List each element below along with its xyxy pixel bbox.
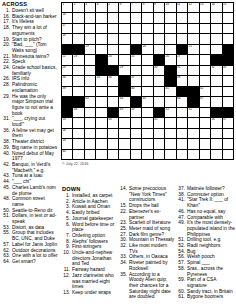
grid-cell[interactable]: [73, 34, 83, 43]
grid-cell[interactable]: [223, 24, 233, 33]
grid-cell[interactable]: [85, 66, 95, 75]
grid-cell[interactable]: [142, 139, 152, 148]
clue-text: Drilling tool, e.g.: [187, 237, 221, 242]
clue-item: 55.Group that includes BC, UNC, and Duke: [2, 230, 58, 241]
grid-cell[interactable]: [96, 118, 106, 127]
grid-cell[interactable]: [200, 129, 210, 138]
grid-cell[interactable]: [119, 139, 129, 148]
grid-cell[interactable]: 17: [62, 24, 72, 33]
cell-number: 54: [108, 118, 111, 121]
grid-cell[interactable]: 14: [211, 3, 221, 12]
grid-cell[interactable]: 57: [223, 118, 233, 127]
grid-cell[interactable]: 18: [62, 34, 72, 43]
black-square: [131, 45, 141, 54]
grid-cell[interactable]: 21: [188, 45, 198, 54]
grid-cell[interactable]: [154, 34, 164, 43]
clue-number: 29.: [2, 94, 10, 100]
grid-cell[interactable]: 1: [62, 3, 72, 12]
grid-cell[interactable]: [96, 97, 106, 106]
down-clue-list-2: 14.Some precocious "New York Times" cons…: [119, 186, 175, 300]
grid-cell[interactable]: [188, 66, 198, 75]
grid-cell[interactable]: [96, 13, 106, 22]
grid-cell[interactable]: [177, 24, 187, 33]
grid-cell[interactable]: [200, 76, 210, 85]
grid-cell[interactable]: [142, 76, 152, 85]
grid-cell[interactable]: [211, 97, 221, 106]
grid-cell[interactable]: [108, 129, 118, 138]
grid-cell[interactable]: [200, 118, 210, 127]
cell-number: 59: [62, 139, 65, 142]
grid-cell[interactable]: [142, 118, 152, 127]
grid-cell[interactable]: 39: [62, 87, 72, 96]
cell-number: 25: [131, 55, 134, 58]
grid-cell[interactable]: [108, 13, 118, 22]
clue-text: Label for Janis Joplin: [12, 242, 57, 247]
grid-cell[interactable]: 46: [177, 97, 187, 106]
grid-cell[interactable]: 11: [177, 3, 187, 12]
black-square: [211, 108, 221, 117]
grid-cell[interactable]: [85, 139, 95, 148]
cell-number: 5: [108, 3, 110, 6]
clue-text: Common street name: [12, 196, 45, 207]
grid-cell[interactable]: [200, 66, 210, 75]
grid-cell[interactable]: [188, 13, 198, 22]
clue-item: 12.Jazz clarinetist who was married eigh…: [62, 273, 117, 290]
grid-cell[interactable]: 10: [165, 3, 175, 12]
grid-cell[interactable]: [142, 129, 152, 138]
grid-cell[interactable]: 60: [62, 150, 72, 159]
grid-cell[interactable]: [131, 13, 141, 22]
grid-cell[interactable]: [177, 129, 187, 138]
clue-text: Black-and-tan barker: [12, 14, 57, 19]
black-square: [211, 55, 221, 64]
cell-number: 35: [97, 76, 100, 79]
grid-cell[interactable]: 28: [62, 66, 72, 75]
clue-text: "Star Trek II: ___ of Khan": [187, 197, 228, 208]
grid-cell[interactable]: [85, 108, 95, 117]
grid-cell[interactable]: [96, 129, 106, 138]
cell-number: 36: [108, 76, 111, 79]
grid-cell[interactable]: [96, 150, 106, 159]
grid-cell[interactable]: 33: [223, 66, 233, 75]
cell-number: 30: [154, 66, 157, 69]
cell-number: 8: [143, 3, 145, 6]
grid-cell[interactable]: 58: [62, 129, 72, 138]
grid-cell[interactable]: [96, 87, 106, 96]
grid-cell[interactable]: [131, 139, 141, 148]
grid-cell[interactable]: [73, 24, 83, 33]
grid-cell[interactable]: 16: [62, 13, 72, 22]
grid-cell[interactable]: [131, 150, 141, 159]
grid-cell[interactable]: 13: [200, 3, 210, 12]
grid-cell[interactable]: [119, 55, 129, 64]
grid-cell[interactable]: [108, 97, 118, 106]
grid-cell[interactable]: [188, 24, 198, 33]
grid-cell[interactable]: [108, 34, 118, 43]
clue-text: It's the most densely-populated island i…: [187, 220, 235, 236]
clue-text: Meter maid of song: [129, 226, 170, 231]
grid-cell[interactable]: [223, 97, 233, 106]
grid-cell[interactable]: [85, 55, 95, 64]
cell-number: 29: [120, 66, 123, 69]
clue-number: 6.: [62, 222, 70, 228]
grid-cell[interactable]: 19: [85, 45, 95, 54]
grid-cell[interactable]: [211, 45, 221, 54]
grid-cell[interactable]: [154, 45, 164, 54]
grid-cell[interactable]: 41: [165, 87, 175, 96]
grid-cell[interactable]: 23: [73, 55, 83, 64]
grid-cell[interactable]: [154, 24, 164, 33]
cell-number: 56: [211, 118, 214, 121]
grid-cell[interactable]: [154, 150, 164, 159]
grid-cell[interactable]: [73, 13, 83, 22]
grid-cell[interactable]: [119, 45, 129, 54]
grid-cell[interactable]: [73, 76, 83, 85]
grid-cell[interactable]: 51: [165, 108, 175, 117]
grid-cell[interactable]: 48: [73, 108, 83, 117]
grid-cell[interactable]: [211, 87, 221, 96]
grid-cell[interactable]: 42: [200, 87, 210, 96]
grid-cell[interactable]: 12: [188, 3, 198, 12]
cell-number: 57: [223, 118, 226, 121]
grid-cell[interactable]: [211, 150, 221, 159]
grid-cell[interactable]: [200, 55, 210, 64]
grid-cell[interactable]: [165, 139, 175, 148]
clue-text: Drops the ball: [129, 203, 159, 208]
grid-cell[interactable]: 36: [108, 76, 118, 85]
grid-cell[interactable]: [119, 118, 129, 127]
cell-number: 55: [154, 118, 157, 121]
grid-cell[interactable]: [119, 150, 129, 159]
grid-cell[interactable]: [154, 139, 164, 148]
grid-cell[interactable]: [211, 139, 221, 148]
grid-cell[interactable]: 47: [200, 97, 210, 106]
grid-cell[interactable]: [85, 118, 95, 127]
cell-number: 17: [62, 24, 65, 27]
cell-number: 44: [120, 97, 123, 100]
grid-cell[interactable]: 29: [119, 66, 129, 75]
grid-cell[interactable]: [188, 34, 198, 43]
grid-cell[interactable]: 59: [62, 139, 72, 148]
grid-cell[interactable]: [200, 34, 210, 43]
grid-cell[interactable]: [223, 87, 233, 96]
clue-number: 48.: [2, 196, 10, 202]
cell-number: 23: [74, 55, 77, 58]
grid-cell[interactable]: 27: [177, 55, 187, 64]
grid-cell[interactable]: [96, 34, 106, 43]
cell-number: 9: [154, 3, 156, 6]
black-square: [119, 76, 129, 85]
grid-cell[interactable]: 30: [154, 66, 164, 75]
copyright-line: © July 22, 2016: [62, 162, 88, 166]
grid-cell[interactable]: [177, 139, 187, 148]
grid-cell[interactable]: 20: [142, 45, 152, 54]
clue-text: Bygone boomers: [187, 294, 223, 299]
grid-cell[interactable]: [73, 139, 83, 148]
clue-number: 59.: [177, 277, 185, 283]
grid-cell[interactable]: [85, 13, 95, 22]
grid-cell[interactable]: 3: [85, 3, 95, 12]
grid-cell[interactable]: 26: [165, 55, 175, 64]
grid-cell[interactable]: 22: [62, 55, 72, 64]
grid-cell[interactable]: [142, 13, 152, 22]
grid-cell[interactable]: [154, 97, 164, 106]
grid-cell[interactable]: [223, 129, 233, 138]
clue-item: 42.Banquo, in Verdi's "Macbeth," e.g.: [2, 162, 58, 173]
clue-item: 6.Word before time or place: [62, 222, 117, 233]
cell-number: 28: [62, 66, 65, 69]
grid-cell[interactable]: [211, 24, 221, 33]
grid-cell[interactable]: [154, 129, 164, 138]
grid-cell[interactable]: [131, 118, 141, 127]
grid-cell[interactable]: 8: [142, 3, 152, 12]
grid-cell[interactable]: [108, 87, 118, 96]
clue-text: Uncle-and-nephew directors Jonathan and …: [72, 250, 112, 266]
clue-number: 42.: [2, 162, 10, 168]
clue-item: 22.Ebenezer's ex-partner: [119, 209, 175, 220]
clue-text: Doesn't sit well: [12, 8, 44, 13]
cell-number: 49: [120, 108, 123, 111]
grid-cell[interactable]: [85, 76, 95, 85]
grid-cell[interactable]: 45: [142, 97, 152, 106]
grid-cell[interactable]: [154, 87, 164, 96]
grid-cell[interactable]: [85, 24, 95, 33]
grid-cell[interactable]: 7: [131, 3, 141, 12]
clue-text: Mountain in Thessaly: [129, 237, 174, 242]
grid-cell[interactable]: 25: [131, 55, 141, 64]
grid-cell[interactable]: [188, 76, 198, 85]
across-clue-list: 1.Doesn't sit well16.Black-and-tan barke…: [2, 8, 58, 265]
grid-cell[interactable]: [131, 34, 141, 43]
grid-cell[interactable]: 9: [154, 3, 164, 12]
grid-cell[interactable]: 56: [211, 118, 221, 127]
grid-cell[interactable]: [200, 24, 210, 33]
grid-cell[interactable]: [131, 24, 141, 33]
grid-cell[interactable]: [200, 45, 210, 54]
grid-cell[interactable]: [211, 76, 221, 85]
grid-cell[interactable]: 35: [96, 76, 106, 85]
grid-cell[interactable]: [96, 24, 106, 33]
clue-text: Distort, as data: [12, 225, 44, 230]
grid-cell[interactable]: [119, 129, 129, 138]
grid-cell[interactable]: [211, 129, 221, 138]
clue-item: 14.Some precocious "New York Times" cons…: [119, 186, 175, 203]
clue-text: Others, in Oaxaca: [129, 254, 168, 259]
clue-text: Ebenezer's ex-partner: [129, 209, 161, 220]
grid-cell[interactable]: [165, 34, 175, 43]
clue-text: Group that includes BC, UNC, and Duke: [12, 230, 55, 241]
grid-cell[interactable]: [142, 108, 152, 117]
grid-cell[interactable]: [211, 34, 221, 43]
cell-number: 53: [62, 118, 65, 121]
grid-cell[interactable]: [96, 45, 106, 54]
grid-cell[interactable]: [85, 129, 95, 138]
grid-cell[interactable]: [177, 150, 187, 159]
black-square: [62, 108, 72, 117]
clue-text: Word before time or place: [72, 222, 114, 233]
clue-text: Fairway hazard: [72, 267, 105, 272]
grid-cell[interactable]: [177, 34, 187, 43]
grid-cell[interactable]: [223, 76, 233, 85]
grid-cell[interactable]: [108, 150, 118, 159]
grid-cell[interactable]: [85, 87, 95, 96]
grid-cell[interactable]: [85, 34, 95, 43]
grid-cell[interactable]: [188, 150, 198, 159]
clue-text: Commuter option: [187, 192, 224, 197]
grid-cell[interactable]: [85, 150, 95, 159]
clue-text: Palindromic exclamation: [12, 82, 38, 93]
clue-text: According to a Woody Allen quip, their c…: [129, 272, 171, 300]
clue-number: 10.: [62, 250, 70, 256]
cell-number: 32: [211, 66, 214, 69]
clue-item: 51.Dollars, in text or ad-speak: [2, 213, 58, 224]
grid-cell[interactable]: 34: [62, 76, 72, 85]
clue-text: First-stringers: [72, 244, 101, 249]
grid-cell[interactable]: [73, 129, 83, 138]
grid-cell[interactable]: [108, 24, 118, 33]
grid-cell[interactable]: [165, 129, 175, 138]
grid-cell[interactable]: 52: [188, 108, 198, 117]
grid-cell[interactable]: 50: [131, 108, 141, 117]
grid-cell[interactable]: [188, 55, 198, 64]
grid-cell[interactable]: 40: [131, 87, 141, 96]
grid-cell[interactable]: [96, 139, 106, 148]
grid-cell[interactable]: 5: [108, 3, 118, 12]
grid-cell[interactable]: 53: [62, 118, 72, 127]
grid-cell[interactable]: [165, 45, 175, 54]
grid-cell[interactable]: 6: [119, 3, 129, 12]
grid-cell[interactable]: [142, 87, 152, 96]
clue-text: Comparable with: [187, 215, 223, 220]
grid-cell[interactable]: [73, 66, 83, 75]
grid-cell[interactable]: [73, 150, 83, 159]
grid-cell[interactable]: [200, 13, 210, 22]
grid-cell[interactable]: [165, 24, 175, 33]
clue-text: Bug: [187, 249, 196, 254]
crossword-page: { "game": "crossword", "position": { "ro…: [0, 0, 236, 307]
grid-cell[interactable]: [223, 139, 233, 148]
grid-cell[interactable]: 54: [108, 118, 118, 127]
grid-cell[interactable]: [73, 87, 83, 96]
grid-cell[interactable]: [119, 24, 129, 33]
cell-number: 19: [85, 45, 88, 48]
black-square: [62, 97, 72, 106]
grid-cell[interactable]: [142, 55, 152, 64]
grid-cell[interactable]: 37: [131, 76, 141, 85]
grid-cell[interactable]: 49: [119, 108, 129, 117]
black-square: [108, 108, 118, 117]
grid-cell[interactable]: [223, 150, 233, 159]
grid-cell[interactable]: 4: [96, 3, 106, 12]
grid-cell[interactable]: [96, 108, 106, 117]
grid-cell[interactable]: [177, 118, 187, 127]
clue-text: Big name in potatoes: [12, 145, 57, 150]
clue-text: Get smart?: [12, 259, 36, 264]
grid-cell[interactable]: [165, 97, 175, 106]
clue-number: 36.: [2, 128, 10, 134]
grid-cell[interactable]: 32: [211, 66, 221, 75]
grid-cell[interactable]: [131, 129, 141, 138]
clue-number: 45.: [2, 185, 10, 191]
cell-number: 10: [166, 3, 169, 6]
grid-cell[interactable]: [131, 66, 141, 75]
clue-text: Grade school basics, familiarly: [12, 65, 57, 76]
grid-cell[interactable]: 31: [177, 66, 187, 75]
grid-cell[interactable]: [108, 139, 118, 148]
clue-item: 18.They win a lot of arguments: [2, 25, 58, 36]
clue-text: Noted debut of May 1977: [12, 151, 54, 162]
clue-item: 64.Get smart?: [2, 259, 58, 265]
clue-text: Like most modern TVs: [129, 243, 167, 254]
cell-number: 21: [189, 45, 192, 48]
clue-item: 10.Uncle-and-nephew directors Jonathan a…: [62, 250, 117, 267]
clue-number: 28.: [2, 82, 10, 88]
down-column-3: 37.Matinée follower?38.Commuter option41…: [177, 186, 235, 300]
grid-cell[interactable]: [119, 34, 129, 43]
grid-cell[interactable]: [223, 34, 233, 43]
cell-number: 38: [177, 76, 180, 79]
cell-number: 3: [85, 3, 87, 6]
grid-cell[interactable]: [188, 129, 198, 138]
grid-cell[interactable]: [154, 13, 164, 22]
grid-cell[interactable]: [200, 139, 210, 148]
black-square: [154, 108, 164, 117]
grid-cell[interactable]: [142, 24, 152, 33]
clue-text: Scarlett of literature: [129, 220, 171, 225]
grid-cell[interactable]: [142, 66, 152, 75]
grid-cell[interactable]: [223, 13, 233, 22]
grid-cell[interactable]: 44: [119, 97, 129, 106]
clue-text: Article in Aachen: [72, 199, 108, 204]
clue-item: 48.Common street name: [2, 196, 58, 207]
grid-cell[interactable]: [211, 13, 221, 22]
grid-cell[interactable]: [73, 118, 83, 127]
grid-cell[interactable]: [177, 13, 187, 22]
grid-cell[interactable]: [165, 13, 175, 22]
grid-cell[interactable]: 55: [154, 118, 164, 127]
clue-text: "___, crying out loud!": [12, 116, 45, 127]
grid-cell[interactable]: [200, 108, 210, 117]
grid-cell[interactable]: [142, 150, 152, 159]
cell-number: 50: [131, 108, 134, 111]
grid-cell[interactable]: [200, 150, 210, 159]
cell-number: 7: [131, 3, 133, 6]
grid-cell[interactable]: [177, 108, 187, 117]
grid-cell[interactable]: [119, 13, 129, 22]
grid-cell[interactable]: [142, 34, 152, 43]
cell-number: 37: [131, 76, 134, 79]
clue-text: Some precocious "New York Times" constru…: [129, 186, 167, 202]
black-square: [73, 45, 83, 54]
grid-cell[interactable]: [108, 45, 118, 54]
clue-number: 34.: [119, 260, 127, 266]
crossword-grid: 1234567891011121314151617181920212223242…: [61, 2, 234, 160]
grid-cell[interactable]: [188, 139, 198, 148]
grid-cell[interactable]: 2: [73, 3, 83, 12]
cell-number: 12: [189, 3, 192, 6]
grid-cell[interactable]: 38: [177, 76, 187, 85]
grid-cell[interactable]: [154, 76, 164, 85]
across-header: ACROSS: [2, 1, 58, 8]
black-square: [131, 97, 141, 106]
grid-cell[interactable]: [165, 118, 175, 127]
grid-cell[interactable]: 43: [85, 97, 95, 106]
grid-cell[interactable]: [165, 150, 175, 159]
grid-cell[interactable]: 15: [223, 3, 233, 12]
clue-number: 13.: [62, 290, 70, 296]
grid-cell[interactable]: 24: [108, 55, 118, 64]
grid-cell[interactable]: [188, 118, 198, 127]
